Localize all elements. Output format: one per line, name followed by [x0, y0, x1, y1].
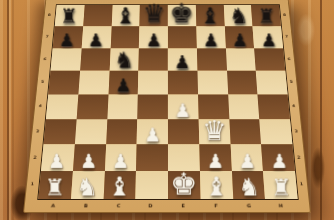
- square-a3[interactable]: [44, 119, 77, 145]
- piece-white-rook-a1[interactable]: ♜: [44, 176, 64, 199]
- square-e3[interactable]: [168, 119, 199, 145]
- square-h2[interactable]: ♟: [261, 145, 295, 172]
- square-g3[interactable]: [229, 119, 261, 145]
- piece-black-rook-h8[interactable]: ♜: [258, 7, 276, 27]
- rank-label-left-7: 7: [43, 28, 52, 46]
- square-b7[interactable]: ♟: [81, 26, 111, 48]
- square-f3[interactable]: ♛: [198, 119, 230, 145]
- square-g5[interactable]: [227, 71, 258, 95]
- square-b2[interactable]: ♟: [73, 145, 106, 172]
- rank-label-right-3: 3: [291, 121, 301, 141]
- square-f7[interactable]: ♟: [196, 26, 225, 48]
- piece-black-pawn-g7[interactable]: ♟: [232, 31, 248, 49]
- piece-white-pawn-e4[interactable]: ♟: [175, 101, 192, 120]
- piece-white-pawn-g2[interactable]: ♟: [239, 152, 256, 171]
- square-b3[interactable]: [75, 119, 107, 145]
- square-d3[interactable]: ♟: [137, 119, 168, 145]
- piece-white-pawn-f2[interactable]: ♟: [207, 152, 224, 171]
- square-f8[interactable]: ♝: [196, 5, 225, 26]
- square-h8[interactable]: ♜: [251, 5, 281, 26]
- square-h5[interactable]: [256, 71, 288, 95]
- square-f6[interactable]: [197, 48, 227, 71]
- square-e8[interactable]: ♚: [168, 5, 196, 26]
- square-b1[interactable]: ♞: [71, 171, 105, 199]
- square-e1[interactable]: ♚: [168, 171, 200, 199]
- square-h7[interactable]: ♟: [253, 26, 283, 48]
- piece-white-knight-b1[interactable]: ♞: [76, 174, 98, 199]
- rank-label-left-1: 1: [27, 173, 38, 195]
- rank-label-right-2: 2: [294, 146, 305, 167]
- piece-black-bishop-c8[interactable]: ♝: [115, 4, 135, 26]
- square-c3[interactable]: [106, 119, 138, 145]
- piece-black-pawn-b7[interactable]: ♟: [88, 31, 104, 49]
- square-c2[interactable]: ♟: [104, 145, 136, 172]
- file-label-g: G: [234, 201, 262, 210]
- file-label-h: H: [267, 201, 295, 210]
- board-scene: 87654321 87654321 ♜♝♛♚♝♞♜♟♟♟♟♟♟♞♟♟♟♟♛♟♟♟…: [0, 0, 334, 220]
- square-e4[interactable]: ♟: [168, 94, 199, 119]
- square-g7[interactable]: ♟: [224, 26, 254, 48]
- square-d1[interactable]: [136, 171, 168, 199]
- file-label-e: E: [169, 201, 197, 210]
- rank-label-right-5: 5: [286, 72, 296, 91]
- square-h3[interactable]: [259, 119, 292, 145]
- square-g8[interactable]: ♞: [223, 5, 252, 26]
- square-a8[interactable]: ♜: [55, 5, 85, 26]
- square-d4[interactable]: [137, 94, 168, 119]
- piece-black-pawn-c5[interactable]: ♟: [115, 76, 131, 94]
- square-e5[interactable]: [168, 71, 198, 95]
- rank-label-right-4: 4: [289, 96, 299, 116]
- rank-label-left-5: 5: [38, 72, 48, 91]
- piece-white-bishop-f1[interactable]: ♝: [205, 173, 228, 199]
- piece-white-pawn-b2[interactable]: ♟: [80, 152, 97, 171]
- square-f1[interactable]: ♝: [200, 171, 233, 199]
- square-h1[interactable]: ♜: [263, 171, 297, 199]
- square-a4[interactable]: [46, 94, 78, 119]
- square-c7[interactable]: [110, 26, 139, 48]
- square-c1[interactable]: ♝: [103, 171, 136, 199]
- piece-white-pawn-d3[interactable]: ♟: [144, 126, 161, 145]
- file-label-a: A: [39, 201, 67, 210]
- rank-label-left-8: 8: [45, 6, 54, 23]
- piece-black-pawn-e6[interactable]: ♟: [175, 53, 191, 71]
- square-a2[interactable]: ♟: [41, 145, 75, 172]
- piece-black-bishop-f8[interactable]: ♝: [200, 4, 220, 26]
- square-h4[interactable]: [258, 94, 290, 119]
- square-d5[interactable]: [138, 71, 168, 95]
- piece-black-pawn-h7[interactable]: ♟: [261, 31, 277, 49]
- square-c4[interactable]: [107, 94, 138, 119]
- file-label-b: B: [71, 201, 99, 210]
- square-d2[interactable]: [136, 145, 168, 172]
- piece-white-king-e1[interactable]: ♚: [170, 169, 197, 200]
- square-g4[interactable]: [228, 94, 260, 119]
- square-b4[interactable]: [76, 94, 108, 119]
- file-label-d: D: [137, 201, 165, 210]
- board-frame: 87654321 87654321 ♜♝♛♚♝♞♜♟♟♟♟♟♟♞♟♟♟♟♛♟♟♟…: [23, 0, 311, 213]
- board-grid: ♜♝♛♚♝♞♜♟♟♟♟♟♟♞♟♟♟♟♛♟♟♟♟♟♟♜♞♝♚♝♞♜: [38, 5, 297, 199]
- square-g6[interactable]: [225, 48, 255, 71]
- square-d7[interactable]: ♟: [139, 26, 168, 48]
- square-a6[interactable]: [50, 48, 81, 71]
- rank-label-right-6: 6: [284, 50, 294, 68]
- rank-label-left-2: 2: [30, 146, 41, 167]
- square-f5[interactable]: [197, 71, 227, 95]
- square-e6[interactable]: ♟: [168, 48, 197, 71]
- square-d8[interactable]: ♛: [140, 5, 168, 26]
- piece-black-pawn-f7[interactable]: ♟: [203, 31, 219, 49]
- file-labels: ABCDEFGH: [36, 200, 297, 210]
- board: ♜♝♛♚♝♞♜♟♟♟♟♟♟♞♟♟♟♟♛♟♟♟♟♟♟♜♞♝♚♝♞♜: [37, 4, 298, 200]
- square-c8[interactable]: ♝: [111, 5, 140, 26]
- piece-black-queen-d8[interactable]: ♛: [143, 2, 165, 27]
- chess-app-screen: { "game": "chess", "scene": "3d wooden c…: [0, 0, 334, 220]
- piece-white-pawn-c2[interactable]: ♟: [112, 152, 129, 171]
- square-a1[interactable]: ♜: [38, 171, 72, 199]
- rank-label-right-7: 7: [282, 28, 291, 46]
- square-b6[interactable]: [80, 48, 110, 71]
- piece-black-knight-c6[interactable]: ♞: [114, 49, 134, 71]
- square-a7[interactable]: ♟: [53, 26, 83, 48]
- square-g1[interactable]: ♞: [231, 171, 265, 199]
- piece-white-pawn-a2[interactable]: ♟: [48, 152, 65, 171]
- piece-black-king-e8[interactable]: ♚: [170, 0, 194, 27]
- rank-label-right-8: 8: [280, 6, 289, 23]
- piece-white-rook-h1[interactable]: ♜: [271, 176, 291, 199]
- square-a5[interactable]: [48, 71, 80, 95]
- square-b5[interactable]: [78, 71, 109, 95]
- file-label-c: C: [104, 201, 132, 210]
- file-label-f: F: [202, 201, 230, 210]
- piece-white-queen-f3[interactable]: ♛: [202, 117, 227, 145]
- square-f2[interactable]: ♟: [199, 145, 231, 172]
- rank-label-left-6: 6: [40, 50, 50, 68]
- square-c6[interactable]: ♞: [109, 48, 139, 71]
- rank-label-left-4: 4: [35, 96, 45, 116]
- piece-black-pawn-d7[interactable]: ♟: [146, 31, 162, 49]
- rank-label-right-1: 1: [296, 173, 307, 195]
- piece-white-knight-g1[interactable]: ♞: [238, 174, 260, 199]
- piece-black-knight-g8[interactable]: ♞: [229, 5, 248, 27]
- piece-black-rook-a8[interactable]: ♜: [60, 7, 78, 27]
- piece-white-pawn-h2[interactable]: ♟: [270, 152, 287, 171]
- square-e7[interactable]: [168, 26, 197, 48]
- square-h6[interactable]: [254, 48, 285, 71]
- rank-label-left-3: 3: [33, 121, 43, 141]
- piece-black-pawn-a7[interactable]: ♟: [59, 31, 75, 49]
- square-b8[interactable]: [83, 5, 112, 26]
- piece-white-bishop-c1[interactable]: ♝: [108, 173, 131, 199]
- square-g2[interactable]: ♟: [230, 145, 263, 172]
- square-d6[interactable]: [139, 48, 168, 71]
- square-c5[interactable]: ♟: [108, 71, 138, 95]
